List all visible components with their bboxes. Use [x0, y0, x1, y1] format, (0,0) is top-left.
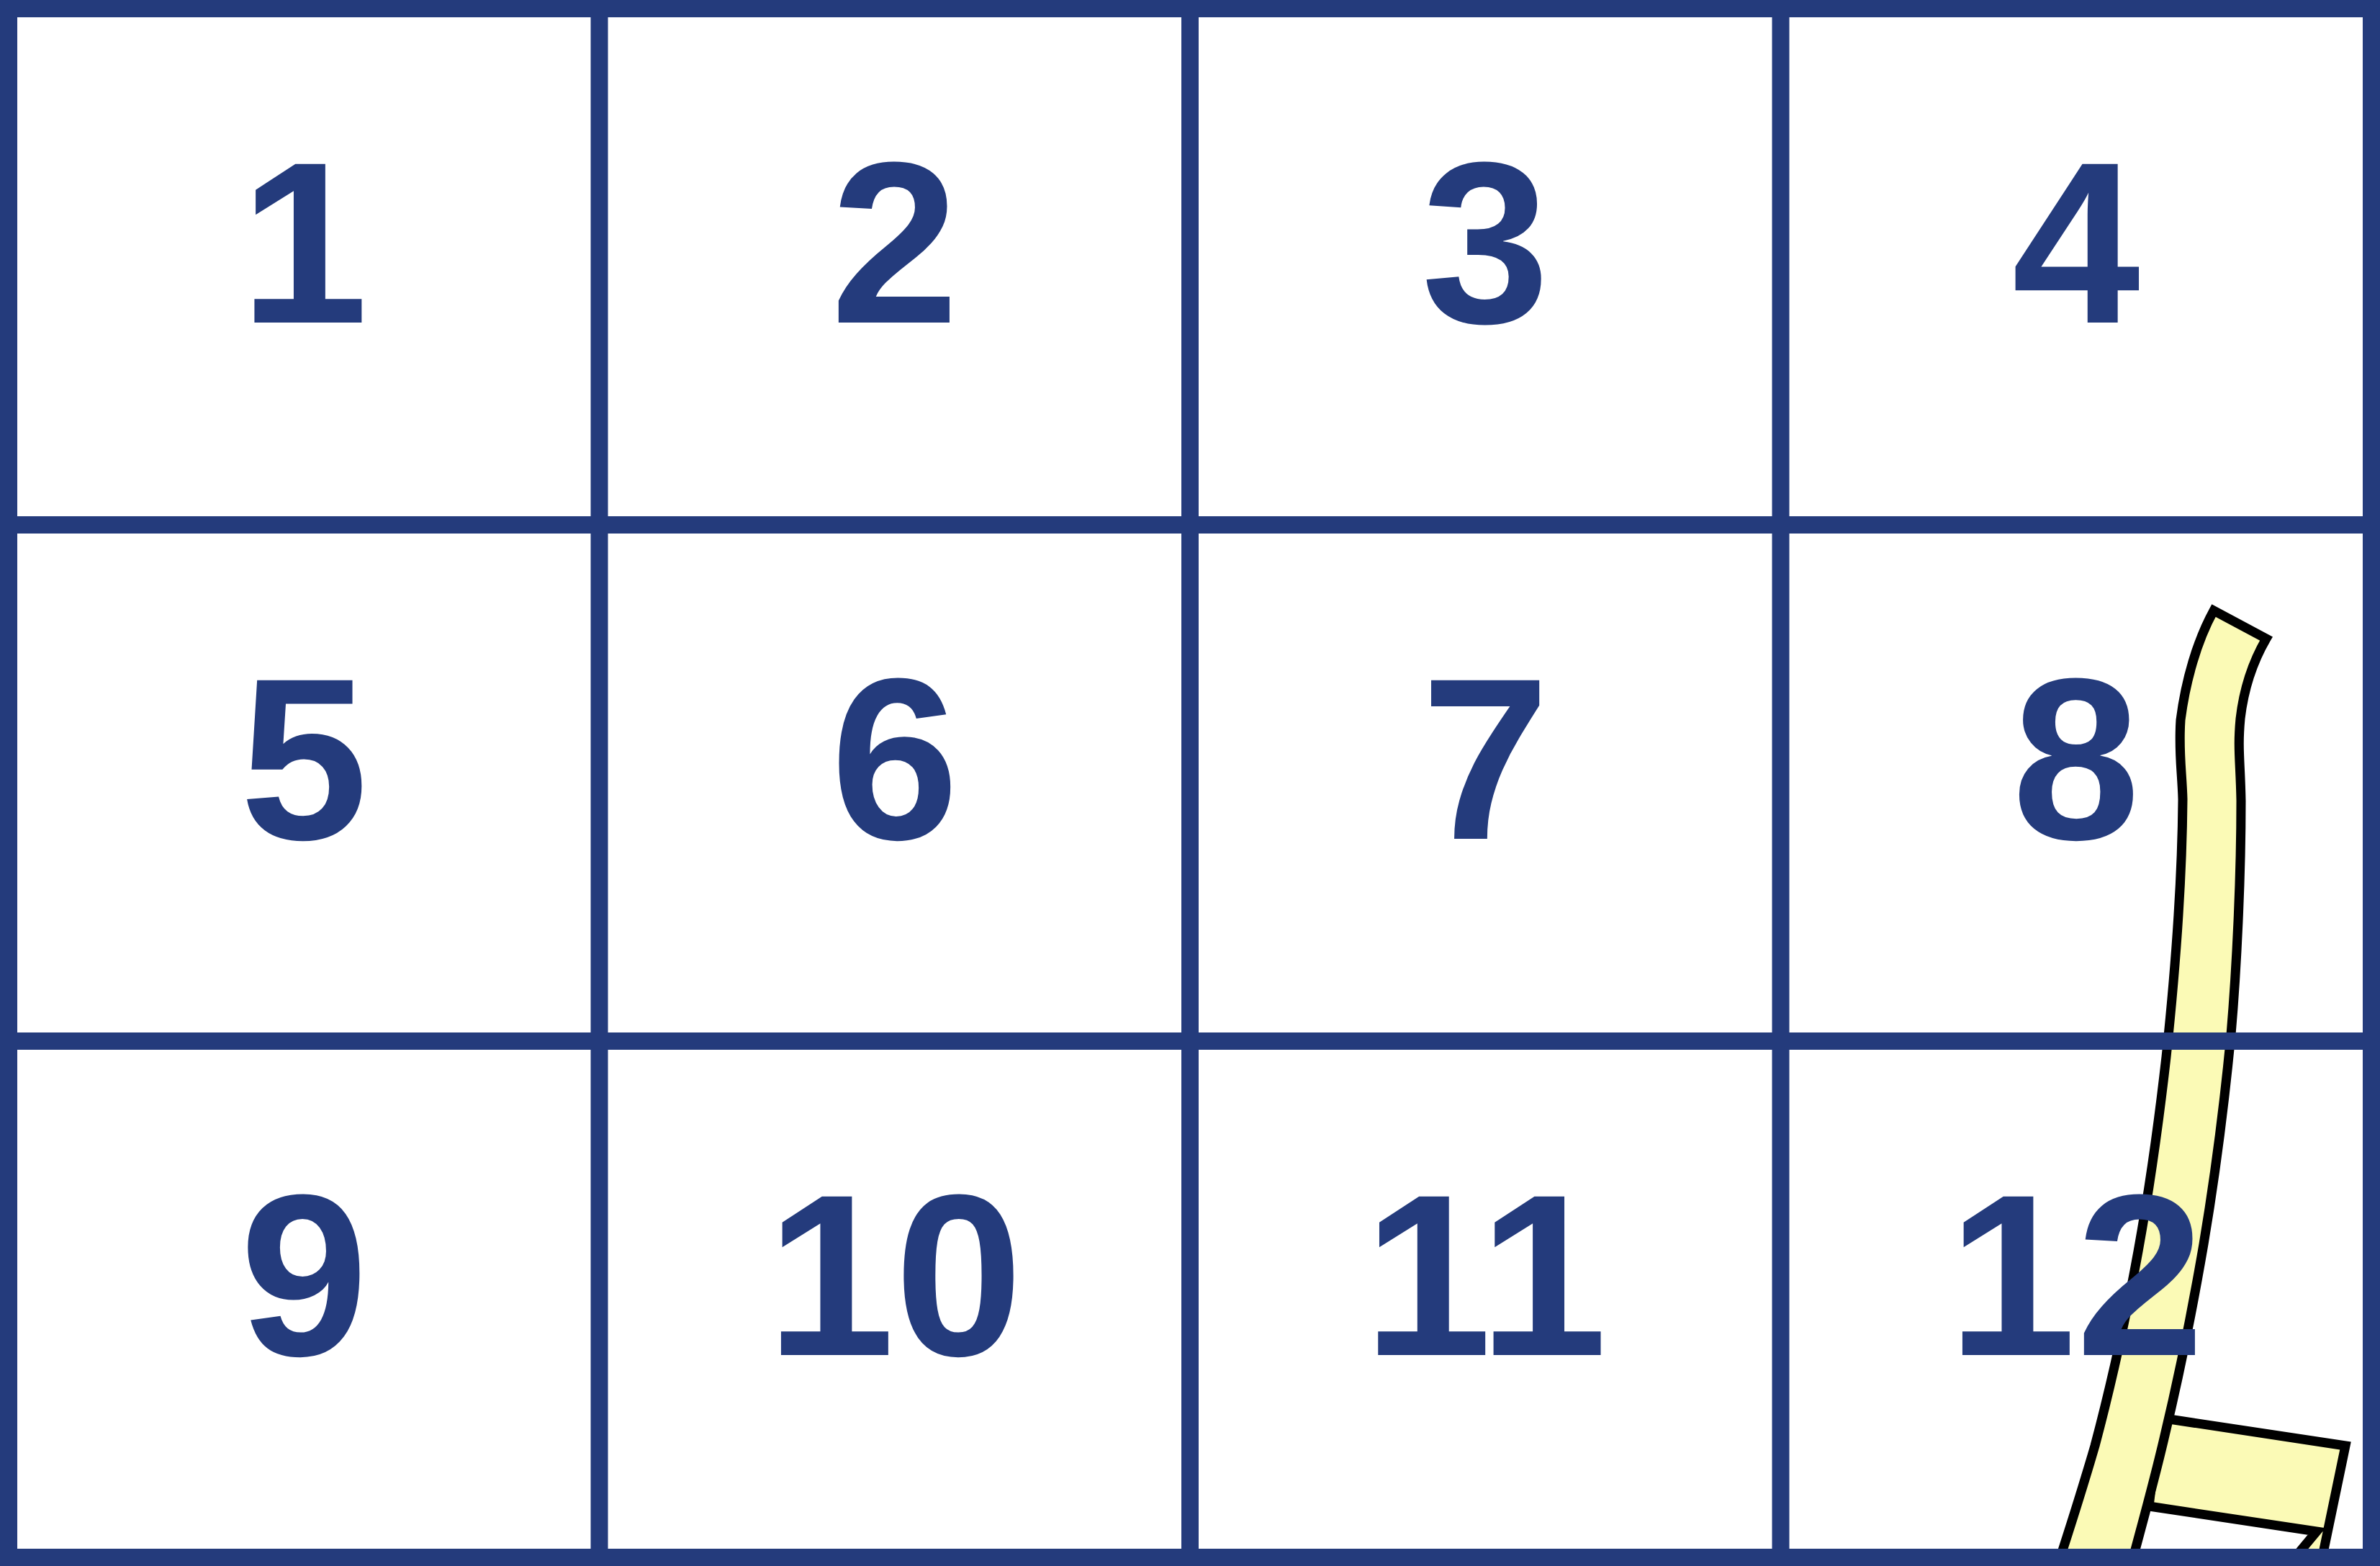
card-number-4: 4 — [2012, 127, 2140, 358]
card-cell-8[interactable]: 8 — [1790, 534, 2363, 1032]
card-number-5: 5 — [240, 644, 368, 874]
card-cell-2[interactable]: 2 — [608, 17, 1182, 516]
card-cell-4[interactable]: 4 — [1790, 17, 2363, 516]
card-cell-6[interactable]: 6 — [608, 534, 1182, 1032]
card-number-11: 11 — [1363, 1160, 1607, 1390]
card-cell-10[interactable]: 10 — [608, 1050, 1182, 1549]
card-number-6: 6 — [831, 644, 959, 874]
card-number-1: 1 — [240, 127, 368, 358]
card-number-12: 12 — [1948, 1160, 2204, 1390]
card-number-2: 2 — [831, 127, 959, 358]
card-number-3: 3 — [1421, 127, 1549, 358]
card-grid: 1 2 3 4 5 6 7 8 9 10 11 12 — [0, 0, 2380, 1566]
card-cell-1[interactable]: 1 — [17, 17, 591, 516]
card-cell-9[interactable]: 9 — [17, 1050, 591, 1549]
card-number-10: 10 — [767, 1160, 1023, 1390]
card-cell-11[interactable]: 11 — [1199, 1050, 1772, 1549]
card-cell-3[interactable]: 3 — [1199, 17, 1772, 516]
card-cell-12[interactable]: 12 — [1790, 1050, 2363, 1549]
worksheet-board: 1 2 3 4 5 6 7 8 9 10 11 12 — [0, 0, 2380, 1566]
card-cell-7[interactable]: 7 — [1199, 534, 1772, 1032]
card-number-7: 7 — [1421, 644, 1549, 874]
card-number-9: 9 — [240, 1160, 368, 1390]
card-cell-5[interactable]: 5 — [17, 534, 591, 1032]
card-number-8: 8 — [2012, 644, 2140, 874]
